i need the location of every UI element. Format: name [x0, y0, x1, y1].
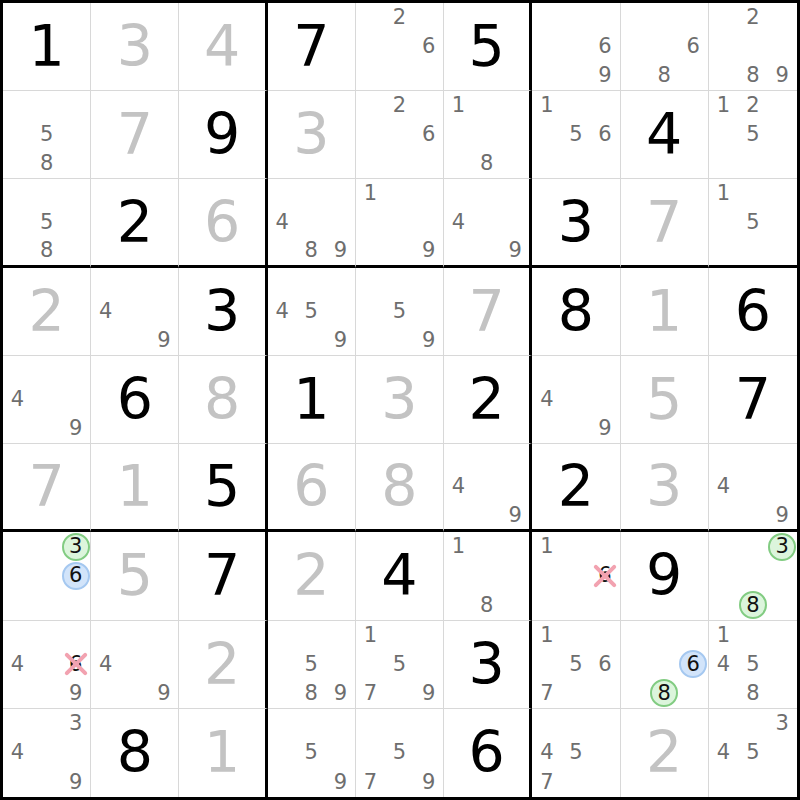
given-digit: 6 [469, 724, 505, 781]
cell-r9c7[interactable]: 457 [532, 709, 620, 797]
cell-r1c9[interactable]: 289 [709, 3, 797, 91]
cell-r9c6[interactable]: 6 [444, 709, 532, 797]
pencil-marks: 489 [268, 179, 355, 264]
cell-r2c6[interactable]: 18 [444, 91, 532, 179]
given-digit: 7 [204, 547, 240, 604]
solved-digit: 3 [381, 371, 417, 428]
pencil-marks: 49 [91, 621, 178, 708]
cell-r3c9[interactable]: 15 [709, 179, 797, 267]
candidate-9[interactable]: 9 [590, 61, 619, 90]
candidate-4[interactable]: 4 [444, 473, 472, 501]
pencil-marks: 289 [709, 3, 797, 90]
candidate-4[interactable]: 4 [444, 208, 472, 236]
candidate-3-circled-green[interactable]: 3 [768, 533, 796, 561]
candidate-9[interactable]: 9 [501, 236, 529, 264]
candidate-4[interactable]: 4 [268, 208, 297, 236]
given-digit: 4 [381, 547, 417, 604]
cell-r6c1[interactable]: 7 [3, 444, 91, 532]
candidate-4[interactable]: 4 [91, 297, 120, 326]
cell-r6c6[interactable]: 49 [444, 444, 532, 532]
cell-r7c7[interactable]: 16 [532, 532, 620, 620]
candidate-9[interactable]: 9 [149, 679, 178, 708]
cell-r8c8[interactable]: 68 [621, 621, 709, 709]
cell-r1c1[interactable]: 1 [3, 3, 91, 91]
cell-r7c4[interactable]: 2 [268, 532, 356, 620]
candidate-6-circled-blue[interactable]: 6 [62, 562, 90, 590]
solved-digit: 6 [293, 458, 329, 515]
solved-digit: 1 [204, 724, 240, 781]
cell-r6c8[interactable]: 3 [621, 444, 709, 532]
given-digit: 8 [117, 724, 153, 781]
given-digit: 8 [558, 283, 594, 340]
cell-r9c8[interactable]: 2 [621, 709, 709, 797]
candidate-5[interactable]: 5 [32, 120, 61, 149]
cell-r4c3[interactable]: 3 [179, 268, 267, 356]
candidate-1[interactable]: 1 [709, 179, 738, 207]
pencil-marks: 16 [532, 532, 619, 619]
solved-digit: 8 [381, 458, 417, 515]
cell-r9c4[interactable]: 59 [268, 709, 356, 797]
candidate-9[interactable]: 9 [501, 501, 529, 529]
solved-digit: 3 [293, 106, 329, 163]
solved-digit: 2 [293, 547, 329, 604]
candidate-9[interactable]: 9 [149, 326, 178, 355]
candidate-6-eliminated-x[interactable]: 6 [61, 650, 90, 679]
pencil-marks: 49 [532, 356, 619, 443]
candidate-5[interactable]: 5 [561, 738, 590, 767]
candidate-7[interactable]: 7 [356, 768, 385, 797]
pencil-marks: 26 [356, 91, 443, 178]
candidate-9[interactable]: 9 [414, 768, 443, 797]
candidate-8[interactable]: 8 [738, 61, 767, 90]
pencil-marks: 49 [444, 179, 529, 264]
candidate-1[interactable]: 1 [532, 91, 561, 120]
solved-digit: 1 [117, 458, 153, 515]
candidate-9[interactable]: 9 [590, 414, 619, 443]
cell-r4c8[interactable]: 1 [621, 268, 709, 356]
given-digit: 5 [469, 18, 505, 75]
cell-r6c2[interactable]: 1 [91, 444, 179, 532]
cell-r5c7[interactable]: 49 [532, 356, 620, 444]
cell-r3c2[interactable]: 2 [91, 179, 179, 267]
solved-digit: 7 [646, 194, 682, 251]
pencil-marks: 59 [268, 709, 355, 797]
pencil-marks: 59 [356, 268, 443, 355]
pencil-marks: 469 [3, 621, 90, 708]
pencil-marks: 49 [444, 444, 529, 529]
pencil-marks: 36 [3, 532, 90, 619]
given-digit: 7 [735, 371, 771, 428]
pencil-marks: 1567 [532, 621, 619, 708]
cell-r6c4[interactable]: 6 [268, 444, 356, 532]
cell-r9c5[interactable]: 579 [356, 709, 444, 797]
candidate-5[interactable]: 5 [738, 650, 767, 679]
candidate-5[interactable]: 5 [297, 738, 326, 767]
cell-r1c2[interactable]: 3 [91, 3, 179, 91]
pencil-marks: 69 [532, 3, 619, 90]
given-digit: 3 [558, 194, 594, 251]
candidate-4[interactable]: 4 [3, 650, 32, 679]
candidate-1[interactable]: 1 [532, 532, 561, 561]
candidate-8[interactable]: 8 [32, 236, 61, 264]
cell-r4c9[interactable]: 6 [709, 268, 797, 356]
cell-r8c2[interactable]: 49 [91, 621, 179, 709]
candidate-4[interactable]: 4 [532, 738, 561, 767]
pencil-marks: 49 [91, 268, 178, 355]
candidate-8[interactable]: 8 [650, 61, 679, 90]
pencil-marks: 15 [709, 179, 797, 264]
cell-r1c5[interactable]: 26 [356, 3, 444, 91]
candidate-4[interactable]: 4 [709, 650, 738, 679]
solved-digit: 7 [117, 106, 153, 163]
candidate-7[interactable]: 7 [356, 679, 385, 708]
candidate-1[interactable]: 1 [356, 621, 385, 650]
solved-digit: 1 [646, 283, 682, 340]
candidate-5[interactable]: 5 [297, 650, 326, 679]
cell-r2c2[interactable]: 7 [91, 91, 179, 179]
cell-r6c7[interactable]: 2 [532, 444, 620, 532]
pencil-marks: 579 [356, 709, 443, 797]
cell-r2c7[interactable]: 156 [532, 91, 620, 179]
candidate-5[interactable]: 5 [738, 120, 767, 149]
candidate-5[interactable]: 5 [738, 738, 767, 767]
cell-r7c3[interactable]: 7 [179, 532, 267, 620]
candidate-5[interactable]: 5 [385, 738, 414, 767]
candidate-6[interactable]: 6 [590, 32, 619, 61]
cell-r5c6[interactable]: 2 [444, 356, 532, 444]
candidate-4[interactable]: 4 [268, 297, 297, 326]
candidate-8[interactable]: 8 [473, 590, 501, 619]
cell-r7c1[interactable]: 36 [3, 532, 91, 620]
candidate-9[interactable]: 9 [414, 236, 443, 264]
cell-r2c8[interactable]: 4 [621, 91, 709, 179]
cell-r2c3[interactable]: 9 [179, 91, 267, 179]
given-digit: 2 [117, 194, 153, 251]
candidate-8[interactable]: 8 [738, 679, 767, 708]
pencil-marks: 125 [709, 91, 797, 178]
cell-r3c3[interactable]: 6 [179, 179, 267, 267]
cell-r3c1[interactable]: 58 [3, 179, 91, 267]
cell-r3c7[interactable]: 3 [532, 179, 620, 267]
candidate-2[interactable]: 2 [738, 91, 767, 120]
candidate-1[interactable]: 1 [444, 91, 472, 120]
candidate-6[interactable]: 6 [590, 650, 619, 679]
candidate-9[interactable]: 9 [414, 326, 443, 355]
candidate-4[interactable]: 4 [3, 738, 32, 767]
cell-r6c3[interactable]: 5 [179, 444, 267, 532]
candidate-4[interactable]: 4 [3, 385, 32, 414]
cell-r4c6[interactable]: 7 [444, 268, 532, 356]
cell-r3c6[interactable]: 49 [444, 179, 532, 267]
given-digit: 1 [293, 371, 329, 428]
solved-digit: 3 [646, 458, 682, 515]
candidate-3-circled-green[interactable]: 3 [62, 533, 90, 561]
cell-r4c7[interactable]: 8 [532, 268, 620, 356]
candidate-3[interactable]: 3 [61, 709, 90, 738]
cell-r4c4[interactable]: 459 [268, 268, 356, 356]
candidate-8[interactable]: 8 [473, 149, 501, 178]
candidate-4[interactable]: 4 [709, 473, 738, 501]
given-digit: 9 [204, 106, 240, 163]
cell-r9c9[interactable]: 345 [709, 709, 797, 797]
cell-r2c9[interactable]: 125 [709, 91, 797, 179]
pencil-marks: 589 [268, 621, 355, 708]
solved-digit: 6 [204, 194, 240, 251]
given-digit: 3 [204, 283, 240, 340]
pencil-marks: 349 [3, 709, 90, 797]
candidate-5[interactable]: 5 [385, 650, 414, 679]
pencil-marks: 1579 [356, 621, 443, 708]
candidate-8[interactable]: 8 [32, 149, 61, 178]
candidate-9[interactable]: 9 [768, 501, 797, 529]
candidate-1[interactable]: 1 [532, 621, 561, 650]
pencil-marks: 49 [3, 356, 90, 443]
candidate-4[interactable]: 4 [91, 650, 120, 679]
candidate-1[interactable]: 1 [709, 91, 738, 120]
cell-r4c5[interactable]: 59 [356, 268, 444, 356]
candidate-9[interactable]: 9 [326, 236, 355, 264]
cell-r5c4[interactable]: 1 [268, 356, 356, 444]
cell-r7c2[interactable]: 5 [91, 532, 179, 620]
cell-r9c2[interactable]: 8 [91, 709, 179, 797]
pencil-marks: 18 [444, 532, 529, 619]
cell-r1c6[interactable]: 5 [444, 3, 532, 91]
pencil-marks: 68 [621, 3, 708, 90]
given-digit: 2 [469, 371, 505, 428]
cell-r5c9[interactable]: 7 [709, 356, 797, 444]
cell-r8c3[interactable]: 2 [179, 621, 267, 709]
cell-r7c5[interactable]: 4 [356, 532, 444, 620]
candidate-7[interactable]: 7 [532, 768, 561, 797]
candidate-9[interactable]: 9 [61, 414, 90, 443]
candidate-5[interactable]: 5 [738, 208, 767, 236]
candidate-5[interactable]: 5 [297, 297, 326, 326]
candidate-2[interactable]: 2 [385, 3, 414, 32]
solved-digit: 7 [469, 283, 505, 340]
pencil-marks: 156 [532, 91, 619, 178]
candidate-8-circled-green[interactable]: 8 [739, 591, 767, 619]
solved-digit: 2 [204, 636, 240, 693]
cell-r5c3[interactable]: 8 [179, 356, 267, 444]
cell-r9c3[interactable]: 1 [179, 709, 267, 797]
pencil-marks: 58 [3, 179, 90, 264]
pencil-marks: 49 [709, 444, 797, 529]
solved-digit: 5 [117, 547, 153, 604]
given-digit: 9 [646, 547, 682, 604]
candidate-3[interactable]: 3 [768, 709, 797, 738]
cell-r6c9[interactable]: 49 [709, 444, 797, 532]
candidate-9[interactable]: 9 [61, 768, 90, 797]
cell-r3c4[interactable]: 489 [268, 179, 356, 267]
solved-digit: 2 [28, 283, 64, 340]
cell-r5c1[interactable]: 49 [3, 356, 91, 444]
candidate-5[interactable]: 5 [32, 208, 61, 236]
candidate-4[interactable]: 4 [532, 385, 561, 414]
candidate-6[interactable]: 6 [414, 120, 443, 149]
given-digit: 7 [293, 18, 329, 75]
candidate-6-eliminated-x[interactable]: 6 [590, 561, 619, 590]
cell-r3c8[interactable]: 7 [621, 179, 709, 267]
cell-r5c5[interactable]: 3 [356, 356, 444, 444]
cell-r1c4[interactable]: 7 [268, 3, 356, 91]
cell-r5c2[interactable]: 6 [91, 356, 179, 444]
cell-r2c1[interactable]: 58 [3, 91, 91, 179]
candidate-6[interactable]: 6 [414, 32, 443, 61]
solved-digit: 7 [28, 458, 64, 515]
cell-r8c6[interactable]: 3 [444, 621, 532, 709]
candidate-6[interactable]: 6 [590, 120, 619, 149]
cell-r2c5[interactable]: 26 [356, 91, 444, 179]
cell-r1c3[interactable]: 4 [179, 3, 267, 91]
given-digit: 6 [117, 371, 153, 428]
pencil-marks: 58 [3, 91, 90, 178]
candidate-5[interactable]: 5 [385, 297, 414, 326]
cell-r6c5[interactable]: 8 [356, 444, 444, 532]
candidate-7[interactable]: 7 [532, 679, 561, 708]
cell-r5c8[interactable]: 5 [621, 356, 709, 444]
candidate-1[interactable]: 1 [444, 532, 472, 561]
candidate-9[interactable]: 9 [414, 679, 443, 708]
candidate-9[interactable]: 9 [61, 679, 90, 708]
candidate-2[interactable]: 2 [738, 3, 767, 32]
solved-digit: 5 [646, 371, 682, 428]
given-digit: 4 [646, 106, 682, 163]
candidate-6-circled-blue[interactable]: 6 [679, 650, 707, 678]
candidate-8[interactable]: 8 [297, 236, 326, 264]
cell-r1c7[interactable]: 69 [532, 3, 620, 91]
sudoku-app: 1347265696828958793261815641255826489194… [0, 0, 800, 800]
solved-digit: 4 [204, 18, 240, 75]
candidate-1[interactable]: 1 [356, 179, 385, 207]
cell-r8c1[interactable]: 469 [3, 621, 91, 709]
pencil-marks: 38 [709, 532, 797, 619]
pencil-marks: 19 [356, 179, 443, 264]
given-digit: 1 [28, 18, 64, 75]
cell-r1c8[interactable]: 68 [621, 3, 709, 91]
cell-r8c9[interactable]: 1458 [709, 621, 797, 709]
candidate-9[interactable]: 9 [326, 768, 355, 797]
cell-r4c1[interactable]: 2 [3, 268, 91, 356]
candidate-5[interactable]: 5 [561, 120, 590, 149]
cell-r7c8[interactable]: 9 [621, 532, 709, 620]
pencil-marks: 459 [268, 268, 355, 355]
candidate-9[interactable]: 9 [768, 61, 797, 90]
cell-r4c2[interactable]: 49 [91, 268, 179, 356]
cell-r2c4[interactable]: 3 [268, 91, 356, 179]
candidate-4[interactable]: 4 [709, 738, 738, 767]
candidate-1[interactable]: 1 [709, 621, 738, 650]
solved-digit: 2 [646, 724, 682, 781]
cell-r3c5[interactable]: 19 [356, 179, 444, 267]
cell-r7c9[interactable]: 38 [709, 532, 797, 620]
pencil-marks: 18 [444, 91, 529, 178]
candidate-2[interactable]: 2 [385, 91, 414, 120]
pencil-marks: 26 [356, 3, 443, 90]
candidate-9[interactable]: 9 [326, 679, 355, 708]
cell-r9c1[interactable]: 349 [3, 709, 91, 797]
pencil-marks: 457 [532, 709, 619, 797]
pencil-marks: 68 [621, 621, 708, 708]
given-digit: 6 [735, 283, 771, 340]
cell-r8c5[interactable]: 1579 [356, 621, 444, 709]
candidate-8-circled-green[interactable]: 8 [650, 679, 678, 707]
cell-r8c7[interactable]: 1567 [532, 621, 620, 709]
candidate-8[interactable]: 8 [297, 679, 326, 708]
solved-digit: 3 [117, 18, 153, 75]
solved-digit: 8 [204, 371, 240, 428]
sudoku-board: 1347265696828958793261815641255826489194… [0, 0, 800, 800]
cell-r7c6[interactable]: 18 [444, 532, 532, 620]
given-digit: 3 [469, 636, 505, 693]
given-digit: 5 [204, 458, 240, 515]
pencil-marks: 1458 [709, 621, 797, 708]
candidate-9[interactable]: 9 [326, 326, 355, 355]
given-digit: 2 [558, 458, 594, 515]
candidate-5[interactable]: 5 [561, 650, 590, 679]
pencil-marks: 345 [709, 709, 797, 797]
cell-r8c4[interactable]: 589 [268, 621, 356, 709]
candidate-6[interactable]: 6 [679, 32, 708, 61]
